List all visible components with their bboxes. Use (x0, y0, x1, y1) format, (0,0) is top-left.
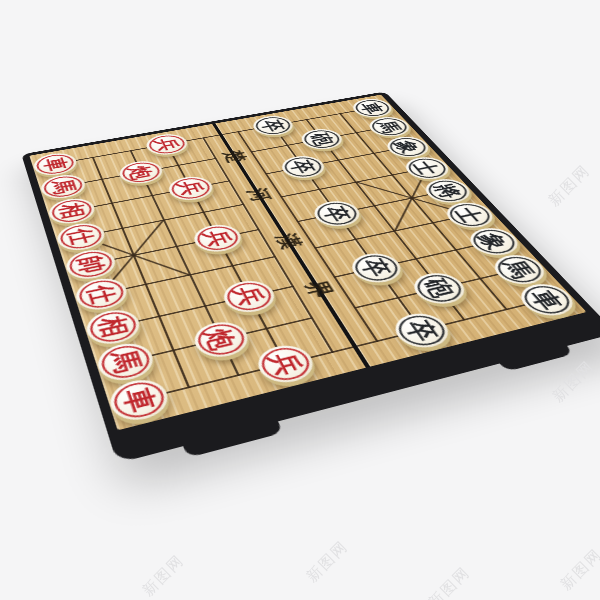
piece-red-general[interactable]: 帥 (63, 246, 120, 283)
piece-black-horse[interactable]: 馬 (486, 251, 553, 288)
board-scene: 楚 河 漢 界 車馬象士將士象馬車砲砲卒卒卒卒卒兵兵兵兵兵炮炮車馬相仕帥仕相馬車 (0, 0, 600, 600)
piece-black-cannon[interactable]: 砲 (296, 127, 348, 153)
piece-black-soldier[interactable]: 卒 (387, 309, 457, 352)
piece-red-advisor[interactable]: 仕 (72, 275, 132, 315)
piece-black-soldier[interactable]: 卒 (308, 198, 366, 230)
piece-black-cannon[interactable]: 砲 (406, 269, 473, 308)
river-label-jie: 界 (299, 277, 338, 301)
river-label-he: 河 (242, 186, 276, 204)
piece-red-soldier[interactable]: 兵 (189, 221, 247, 255)
xiangqi-board: 楚 河 漢 界 車馬象士將士象馬車砲砲卒卒卒卒卒兵兵兵兵兵炮炮車馬相仕帥仕相馬車 (21, 92, 600, 464)
board-surface: 楚 河 漢 界 車馬象士將士象馬車砲砲卒卒卒卒卒兵兵兵兵兵炮炮車馬相仕帥仕相馬車 (29, 95, 586, 431)
piece-black-advisor[interactable]: 士 (440, 199, 501, 231)
piece-red-horse[interactable]: 馬 (38, 172, 89, 202)
piece-black-soldier[interactable]: 卒 (276, 153, 330, 181)
piece-black-soldier[interactable]: 卒 (248, 114, 298, 139)
piece-black-horse[interactable]: 馬 (364, 115, 416, 140)
product-photo-stage: 楚 河 漢 界 車馬象士將士象馬車砲砲卒卒卒卒卒兵兵兵兵兵炮炮車馬相仕帥仕相馬車… (0, 0, 600, 600)
piece-red-horse[interactable]: 馬 (93, 339, 158, 386)
piece-red-elephant[interactable]: 相 (46, 195, 99, 227)
piece-red-cannon[interactable]: 炮 (188, 318, 254, 362)
piece-black-elephant[interactable]: 象 (381, 134, 435, 160)
piece-black-soldier[interactable]: 卒 (344, 249, 408, 286)
piece-red-soldier[interactable]: 兵 (252, 341, 321, 388)
piece-black-advisor[interactable]: 士 (399, 154, 456, 182)
board-foot-left (182, 420, 283, 458)
piece-red-chariot[interactable]: 車 (105, 375, 174, 426)
piece-black-elephant[interactable]: 象 (462, 224, 526, 258)
piece-red-cannon[interactable]: 炮 (116, 158, 167, 186)
piece-red-soldier[interactable]: 兵 (164, 173, 217, 203)
piece-red-chariot[interactable]: 車 (31, 151, 80, 179)
river-label-chu: 楚 (219, 148, 251, 164)
board-foot-right (499, 344, 574, 371)
piece-black-chariot[interactable]: 車 (512, 280, 582, 320)
river-label-han: 漢 (270, 231, 306, 252)
piece-red-soldier[interactable]: 兵 (143, 131, 193, 157)
piece-red-elephant[interactable]: 相 (82, 305, 144, 348)
piece-red-soldier[interactable]: 兵 (218, 276, 281, 316)
piece-red-advisor[interactable]: 仕 (54, 220, 109, 254)
